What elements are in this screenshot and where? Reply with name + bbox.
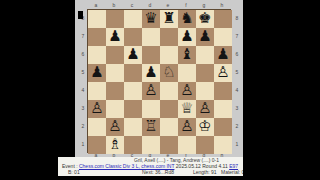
file-label-b: b <box>105 2 123 8</box>
square-d3 <box>142 100 160 118</box>
file-label-c: c <box>123 2 141 8</box>
square-c4 <box>124 82 142 100</box>
square-b3 <box>106 100 124 118</box>
piece-white-pawn: ♙ <box>178 82 196 100</box>
square-c6: ♟ <box>124 46 142 64</box>
stat-material: Material: 0 <box>221 169 243 175</box>
square-b6 <box>106 46 124 64</box>
square-g3: ♙ <box>196 100 214 118</box>
piece-black-pawn: ♟ <box>178 28 196 46</box>
rank-label-4: 4 <box>233 81 241 99</box>
piece-black-pawn: ♟ <box>124 46 142 64</box>
board: ♛♜♞♚♟♟♟♟♝♟♟♟♘♙♙♙♙♕♙♙♖♙♔♗ <box>87 9 231 153</box>
stat-next-move: Next: 36...Rd8 <box>142 169 174 175</box>
piece-black-pawn: ♟ <box>88 64 106 82</box>
piece-white-rook: ♖ <box>142 118 160 136</box>
square-c7 <box>124 28 142 46</box>
square-h3 <box>214 100 232 118</box>
square-g1 <box>196 136 214 154</box>
rank-label-1: 1 <box>79 135 87 153</box>
file-label-e: e <box>159 2 177 8</box>
black-to-move-indicator <box>78 11 83 19</box>
square-e3 <box>160 100 178 118</box>
rank-label-2: 2 <box>79 117 87 135</box>
square-d2: ♖ <box>142 118 160 136</box>
square-a1 <box>88 136 106 154</box>
piece-black-bishop: ♝ <box>178 46 196 64</box>
square-a8 <box>88 10 106 28</box>
square-h5: ♙ <box>214 64 232 82</box>
piece-white-pawn: ♙ <box>196 100 214 118</box>
square-b7: ♟ <box>106 28 124 46</box>
square-h2 <box>214 118 232 136</box>
square-h6: ♟ <box>214 46 232 64</box>
square-f7: ♟ <box>178 28 196 46</box>
piece-white-king: ♔ <box>196 118 214 136</box>
square-a2 <box>88 118 106 136</box>
square-e4 <box>160 82 178 100</box>
file-label-h: h <box>213 2 231 8</box>
game-info-footer: Gril, Axell (....) - Tang, Andrew (....)… <box>58 157 243 176</box>
square-f5 <box>178 64 196 82</box>
rank-label-1: 1 <box>233 135 241 153</box>
square-b5 <box>106 64 124 82</box>
square-f6: ♝ <box>178 46 196 64</box>
square-h4 <box>214 82 232 100</box>
piece-black-pawn: ♟ <box>214 46 232 64</box>
rank-label-2: 2 <box>233 117 241 135</box>
square-f4: ♙ <box>178 82 196 100</box>
piece-white-queen: ♕ <box>178 100 196 118</box>
piece-white-pawn: ♙ <box>214 64 232 82</box>
rank-label-6: 6 <box>233 45 241 63</box>
square-b1: ♗ <box>106 136 124 154</box>
square-d7 <box>142 28 160 46</box>
piece-black-knight: ♞ <box>178 10 196 28</box>
rank-label-3: 3 <box>233 99 241 117</box>
file-label-a: a <box>87 2 105 8</box>
file-label-f: f <box>177 2 195 8</box>
square-a3: ♙ <box>88 100 106 118</box>
file-label-d: d <box>141 2 159 8</box>
square-c3 <box>124 100 142 118</box>
square-a4 <box>88 82 106 100</box>
square-d1 <box>142 136 160 154</box>
square-f2: ♙ <box>178 118 196 136</box>
square-d5: ♟ <box>142 64 160 82</box>
piece-black-queen: ♛ <box>142 10 160 28</box>
square-g4 <box>196 82 214 100</box>
square-g5 <box>196 64 214 82</box>
file-label-g: g <box>195 2 213 8</box>
piece-black-pawn: ♟ <box>106 28 124 46</box>
square-a7 <box>88 28 106 46</box>
piece-white-knight: ♘ <box>160 64 178 82</box>
rank-label-3: 3 <box>79 99 87 117</box>
square-e2 <box>160 118 178 136</box>
square-h8 <box>214 10 232 28</box>
rank-label-5: 5 <box>79 63 87 81</box>
rank-label-7: 7 <box>79 27 87 45</box>
square-e1 <box>160 136 178 154</box>
piece-white-pawn: ♙ <box>178 118 196 136</box>
square-d6 <box>142 46 160 64</box>
stat-length: Length: 91 <box>193 169 217 175</box>
square-c8 <box>124 10 142 28</box>
rank-label-4: 4 <box>79 81 87 99</box>
square-h1 <box>214 136 232 154</box>
square-a6 <box>88 46 106 64</box>
square-d4: ♙ <box>142 82 160 100</box>
piece-white-pawn: ♙ <box>142 82 160 100</box>
square-g8: ♚ <box>196 10 214 28</box>
piece-black-pawn: ♟ <box>196 28 214 46</box>
square-f8: ♞ <box>178 10 196 28</box>
square-b2: ♙ <box>106 118 124 136</box>
stat-to-move: B: 01 <box>68 169 80 175</box>
piece-black-king: ♚ <box>196 10 214 28</box>
rank-label-5: 5 <box>233 63 241 81</box>
square-g2: ♔ <box>196 118 214 136</box>
square-c5 <box>124 64 142 82</box>
piece-white-pawn: ♙ <box>106 118 124 136</box>
rank-label-7: 7 <box>233 27 241 45</box>
piece-black-rook: ♜ <box>160 10 178 28</box>
square-g7: ♟ <box>196 28 214 46</box>
square-c2 <box>124 118 142 136</box>
square-e7 <box>160 28 178 46</box>
square-e8: ♜ <box>160 10 178 28</box>
piece-black-pawn: ♟ <box>142 64 160 82</box>
square-e6 <box>160 46 178 64</box>
stats-line: B: 01 Next: 36...Rd8 Length: 91 Material… <box>58 169 243 175</box>
piece-white-pawn: ♙ <box>88 100 106 118</box>
square-d8: ♛ <box>142 10 160 28</box>
square-a5: ♟ <box>88 64 106 82</box>
rank-label-6: 6 <box>79 45 87 63</box>
rank-label-8: 8 <box>233 9 241 27</box>
square-b8 <box>106 10 124 28</box>
piece-white-bishop: ♗ <box>106 136 124 154</box>
square-g6 <box>196 46 214 64</box>
square-f1 <box>178 136 196 154</box>
square-b4 <box>106 82 124 100</box>
square-c1 <box>124 136 142 154</box>
square-f3: ♕ <box>178 100 196 118</box>
square-e5: ♘ <box>160 64 178 82</box>
chess-diagram-panel: abcdefgh abcdefgh 87654321 87654321 ♛♜♞♚… <box>75 0 243 157</box>
video-frame: abcdefgh abcdefgh 87654321 87654321 ♛♜♞♚… <box>0 0 320 180</box>
square-h7 <box>214 28 232 46</box>
